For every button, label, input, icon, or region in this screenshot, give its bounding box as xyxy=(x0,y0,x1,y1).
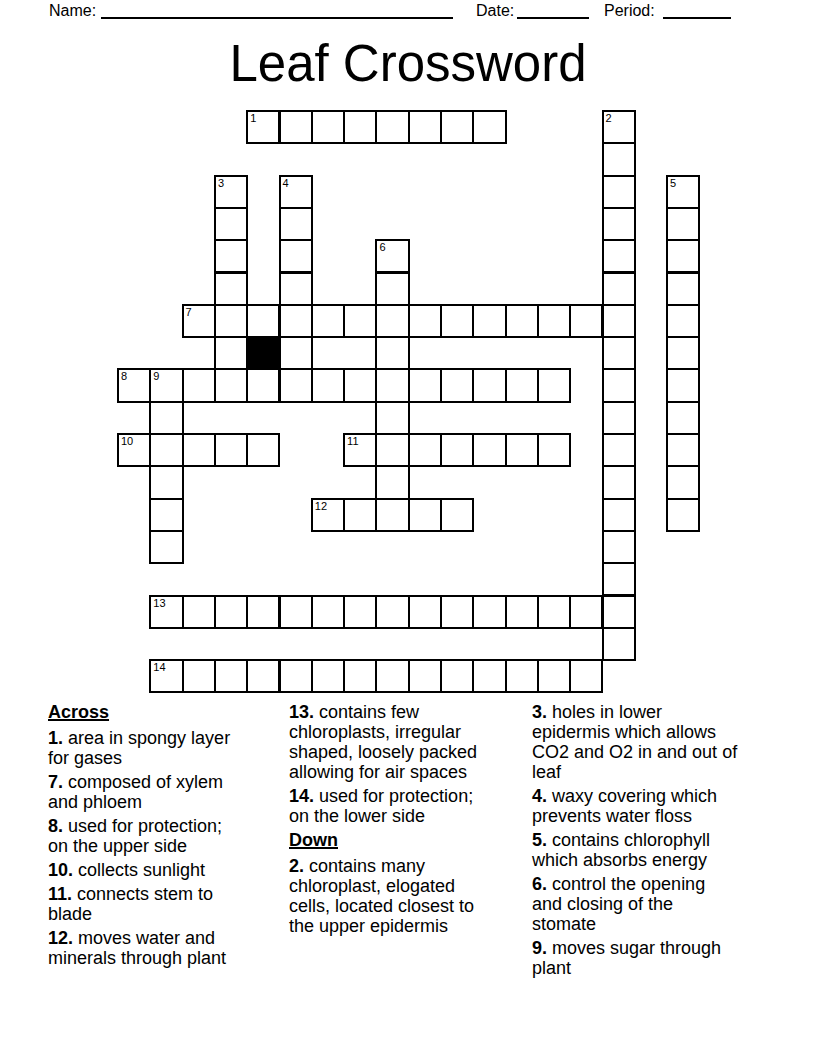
period-field[interactable] xyxy=(663,1,731,19)
cell-r11c8[interactable] xyxy=(375,465,409,499)
cell-r10c10[interactable] xyxy=(440,433,474,467)
cell-r6c17[interactable] xyxy=(666,304,700,338)
cell-r17c12[interactable] xyxy=(505,659,539,693)
clue-text: contains many chloroplast, elogated cell… xyxy=(289,856,474,936)
cell-r8c2[interactable] xyxy=(182,368,216,402)
cell-r17c4[interactable] xyxy=(246,659,280,693)
cell-r10c9[interactable] xyxy=(408,433,442,467)
black-cell-r7c4 xyxy=(246,336,280,370)
clue-text: area in spongy layer for gases xyxy=(48,728,230,768)
clue-item: 14. used for protection; on the lower si… xyxy=(289,786,484,826)
cell-r11c15[interactable] xyxy=(602,465,636,499)
grid-clue-number: 9 xyxy=(153,370,159,382)
cell-r0c5[interactable] xyxy=(279,110,313,144)
cell-r8c17[interactable] xyxy=(666,368,700,402)
cell-r17c7[interactable] xyxy=(343,659,377,693)
clue-item: 1. area in spongy layer for gases xyxy=(48,728,238,768)
clue-number: 4. xyxy=(532,786,547,806)
cell-r10c12[interactable] xyxy=(505,433,539,467)
clue-item: 3. holes in lower epidermis which allows… xyxy=(532,702,739,782)
clue-number: 8. xyxy=(48,816,63,836)
cell-r13c15[interactable] xyxy=(602,530,636,564)
cell-r3c5[interactable] xyxy=(279,207,313,241)
cell-r6c10[interactable] xyxy=(440,304,474,338)
clue-item: 6. control the opening and closing of th… xyxy=(532,874,739,934)
cell-r4c5[interactable] xyxy=(279,239,313,273)
clue-section-header-across: Across xyxy=(48,702,238,722)
cell-r17c3[interactable] xyxy=(214,659,248,693)
cell-r11c17[interactable] xyxy=(666,465,700,499)
cell-r8c4[interactable] xyxy=(246,368,280,402)
cell-r10c3[interactable] xyxy=(214,433,248,467)
cell-r3c15[interactable] xyxy=(602,207,636,241)
cell-r6c15[interactable] xyxy=(602,304,636,338)
cell-r8c7[interactable] xyxy=(343,368,377,402)
clue-item: 4. waxy covering which prevents water fl… xyxy=(532,786,739,826)
cell-r17c13[interactable] xyxy=(537,659,571,693)
clue-number: 13. xyxy=(289,702,314,722)
cell-r2c3[interactable]: 3 xyxy=(214,175,248,209)
clue-number: 9. xyxy=(532,938,547,958)
grid-clue-number: 8 xyxy=(121,370,127,382)
cell-r12c1[interactable] xyxy=(149,498,183,532)
clue-item: 11. connects stem to blade xyxy=(48,884,238,924)
cell-r8c8[interactable] xyxy=(375,368,409,402)
cell-r4c17[interactable] xyxy=(666,239,700,273)
cell-r4c8[interactable]: 6 xyxy=(375,239,409,273)
worksheet-page: Name: Date: Period: Leaf Crossword 12345… xyxy=(0,0,816,1056)
grid-clue-number: 2 xyxy=(606,112,612,124)
cell-r17c10[interactable] xyxy=(440,659,474,693)
cell-r1c15[interactable] xyxy=(602,142,636,176)
grid-clue-number: 13 xyxy=(153,597,165,609)
cell-r10c2[interactable] xyxy=(182,433,216,467)
clue-section-header-text: Across xyxy=(48,702,109,722)
cell-r12c17[interactable] xyxy=(666,498,700,532)
cell-r16c15[interactable] xyxy=(602,627,636,661)
grid-clue-number: 5 xyxy=(670,177,676,189)
cell-r11c1[interactable] xyxy=(149,465,183,499)
cell-r9c1[interactable] xyxy=(149,401,183,435)
cell-r8c13[interactable] xyxy=(537,368,571,402)
cell-r6c4[interactable] xyxy=(246,304,280,338)
cell-r10c7[interactable]: 11 xyxy=(343,433,377,467)
cell-r7c3[interactable] xyxy=(214,336,248,370)
cell-r6c14[interactable] xyxy=(569,304,603,338)
grid-clue-number: 12 xyxy=(315,500,327,512)
grid-clue-number: 10 xyxy=(121,435,133,447)
cell-r15c5[interactable] xyxy=(279,595,313,629)
cell-r7c5[interactable] xyxy=(279,336,313,370)
clue-text: collects sunlight xyxy=(78,860,205,880)
cell-r15c7[interactable] xyxy=(343,595,377,629)
clue-text: composed of xylem and phloem xyxy=(48,772,223,812)
cell-r9c8[interactable] xyxy=(375,401,409,435)
clue-section-header-text: Down xyxy=(289,830,338,850)
cell-r17c2[interactable] xyxy=(182,659,216,693)
cell-r5c8[interactable] xyxy=(375,272,409,306)
cell-r8c6[interactable] xyxy=(311,368,345,402)
clue-text: moves sugar through plant xyxy=(532,938,721,978)
cell-r10c4[interactable] xyxy=(246,433,280,467)
cell-r7c17[interactable] xyxy=(666,336,700,370)
cell-r8c3[interactable] xyxy=(214,368,248,402)
cell-r12c9[interactable] xyxy=(408,498,442,532)
clue-item: 7. composed of xylem and phloem xyxy=(48,772,238,812)
cell-r10c15[interactable] xyxy=(602,433,636,467)
cell-r10c13[interactable] xyxy=(537,433,571,467)
clue-text: control the opening and closing of the s… xyxy=(532,874,705,934)
clue-text: contains few chloroplasts, irregular sha… xyxy=(289,702,477,782)
clue-text: contains chlorophyll which absorbs energ… xyxy=(532,830,710,870)
cell-r15c3[interactable] xyxy=(214,595,248,629)
clue-text: holes in lower epidermis which allows CO… xyxy=(532,702,737,782)
crossword-grid: 1234567891011121314 xyxy=(117,110,701,694)
grid-clue-number: 4 xyxy=(283,177,289,189)
cell-r8c1[interactable]: 9 xyxy=(149,368,183,402)
cell-r0c6[interactable] xyxy=(311,110,345,144)
clue-column-left: Across1. area in spongy layer for gases7… xyxy=(48,702,238,972)
clue-number: 14. xyxy=(289,786,314,806)
cell-r12c15[interactable] xyxy=(602,498,636,532)
cell-r0c11[interactable] xyxy=(472,110,506,144)
cell-r15c2[interactable] xyxy=(182,595,216,629)
cell-r3c17[interactable] xyxy=(666,207,700,241)
grid-clue-number: 1 xyxy=(250,112,256,124)
clue-number: 6. xyxy=(532,874,547,894)
cell-r6c7[interactable] xyxy=(343,304,377,338)
cell-r17c1[interactable]: 14 xyxy=(149,659,183,693)
clue-item: 8. used for protection; on the upper sid… xyxy=(48,816,238,856)
cell-r15c4[interactable] xyxy=(246,595,280,629)
grid-clue-number: 6 xyxy=(379,241,385,253)
cell-r12c10[interactable] xyxy=(440,498,474,532)
cell-r5c17[interactable] xyxy=(666,272,700,306)
cell-r0c4[interactable]: 1 xyxy=(246,110,280,144)
cell-r0c10[interactable] xyxy=(440,110,474,144)
clue-text: moves water and minerals through plant xyxy=(48,928,226,968)
cell-r6c11[interactable] xyxy=(472,304,506,338)
cell-r17c9[interactable] xyxy=(408,659,442,693)
cell-r7c8[interactable] xyxy=(375,336,409,370)
cell-r2c5[interactable]: 4 xyxy=(279,175,313,209)
cell-r15c15[interactable] xyxy=(602,595,636,629)
cell-r6c13[interactable] xyxy=(537,304,571,338)
page-title: Leaf Crossword xyxy=(0,36,816,92)
clue-number: 12. xyxy=(48,928,73,948)
cell-r15c12[interactable] xyxy=(505,595,539,629)
cell-r17c6[interactable] xyxy=(311,659,345,693)
cell-r15c14[interactable] xyxy=(569,595,603,629)
clue-text: used for protection; on the lower side xyxy=(289,786,473,826)
cell-r15c1[interactable]: 13 xyxy=(149,595,183,629)
cell-r8c0[interactable]: 8 xyxy=(117,368,151,402)
clue-number: 7. xyxy=(48,772,63,792)
cell-r12c7[interactable] xyxy=(343,498,377,532)
clue-item: 10. collects sunlight xyxy=(48,860,238,880)
clue-number: 1. xyxy=(48,728,63,748)
clue-item: 12. moves water and minerals through pla… xyxy=(48,928,238,968)
date-field[interactable] xyxy=(517,1,589,19)
cell-r6c2[interactable]: 7 xyxy=(182,304,216,338)
cell-r8c5[interactable] xyxy=(279,368,313,402)
cell-r5c15[interactable] xyxy=(602,272,636,306)
cell-r2c15[interactable] xyxy=(602,175,636,209)
cell-r12c8[interactable] xyxy=(375,498,409,532)
date-label: Date: xyxy=(476,1,514,21)
cell-r10c11[interactable] xyxy=(472,433,506,467)
cell-r6c3[interactable] xyxy=(214,304,248,338)
grid-clue-number: 14 xyxy=(153,661,165,673)
cell-r15c8[interactable] xyxy=(375,595,409,629)
cell-r15c13[interactable] xyxy=(537,595,571,629)
cell-r10c17[interactable] xyxy=(666,433,700,467)
period-label: Period: xyxy=(604,1,655,21)
cell-r6c6[interactable] xyxy=(311,304,345,338)
cell-r13c1[interactable] xyxy=(149,530,183,564)
cell-r6c8[interactable] xyxy=(375,304,409,338)
cell-r15c9[interactable] xyxy=(408,595,442,629)
clue-item: 9. moves sugar through plant xyxy=(532,938,739,978)
cell-r17c11[interactable] xyxy=(472,659,506,693)
clue-column-middle: 13. contains few chloroplasts, irregular… xyxy=(289,702,484,940)
cell-r4c15[interactable] xyxy=(602,239,636,273)
clue-section-header-down: Down xyxy=(289,830,484,850)
clue-number: 2. xyxy=(289,856,304,876)
cell-r10c1[interactable] xyxy=(149,433,183,467)
cell-r6c5[interactable] xyxy=(279,304,313,338)
name-field[interactable] xyxy=(101,1,453,19)
cell-r9c17[interactable] xyxy=(666,401,700,435)
cell-r12c6[interactable]: 12 xyxy=(311,498,345,532)
clue-number: 11. xyxy=(48,884,72,904)
cell-r8c9[interactable] xyxy=(408,368,442,402)
cell-r8c11[interactable] xyxy=(472,368,506,402)
clue-column-right: 3. holes in lower epidermis which allows… xyxy=(532,702,739,982)
cell-r0c7[interactable] xyxy=(343,110,377,144)
name-label: Name: xyxy=(49,1,96,21)
cell-r5c3[interactable] xyxy=(214,272,248,306)
cell-r6c12[interactable] xyxy=(505,304,539,338)
grid-clue-number: 7 xyxy=(186,306,192,318)
cell-r5c5[interactable] xyxy=(279,272,313,306)
cell-r9c15[interactable] xyxy=(602,401,636,435)
cell-r0c15[interactable]: 2 xyxy=(602,110,636,144)
clue-text: used for protection; on the upper side xyxy=(48,816,222,856)
cell-r17c5[interactable] xyxy=(279,659,313,693)
cell-r15c10[interactable] xyxy=(440,595,474,629)
clue-number: 10. xyxy=(48,860,73,880)
clue-item: 2. contains many chloroplast, elogated c… xyxy=(289,856,484,936)
cell-r6c9[interactable] xyxy=(408,304,442,338)
clue-number: 3. xyxy=(532,702,547,722)
cell-r8c15[interactable] xyxy=(602,368,636,402)
cell-r4c3[interactable] xyxy=(214,239,248,273)
cell-r7c15[interactable] xyxy=(602,336,636,370)
grid-clue-number: 3 xyxy=(218,177,224,189)
cell-r14c15[interactable] xyxy=(602,562,636,596)
grid-clue-number: 11 xyxy=(347,435,358,447)
clue-number: 5. xyxy=(532,830,547,850)
clue-text: connects stem to blade xyxy=(48,884,213,924)
cell-r15c11[interactable] xyxy=(472,595,506,629)
cell-r3c3[interactable] xyxy=(214,207,248,241)
clue-item: 13. contains few chloroplasts, irregular… xyxy=(289,702,484,782)
cell-r15c6[interactable] xyxy=(311,595,345,629)
cell-r17c8[interactable] xyxy=(375,659,409,693)
clue-item: 5. contains chlorophyll which absorbs en… xyxy=(532,830,739,870)
cell-r8c10[interactable] xyxy=(440,368,474,402)
cell-r10c0[interactable]: 10 xyxy=(117,433,151,467)
clue-text: waxy covering which prevents water floss xyxy=(532,786,717,826)
cell-r2c17[interactable]: 5 xyxy=(666,175,700,209)
cell-r0c9[interactable] xyxy=(408,110,442,144)
cell-r17c14[interactable] xyxy=(569,659,603,693)
cell-r0c8[interactable] xyxy=(375,110,409,144)
cell-r10c8[interactable] xyxy=(375,433,409,467)
cell-r8c12[interactable] xyxy=(505,368,539,402)
